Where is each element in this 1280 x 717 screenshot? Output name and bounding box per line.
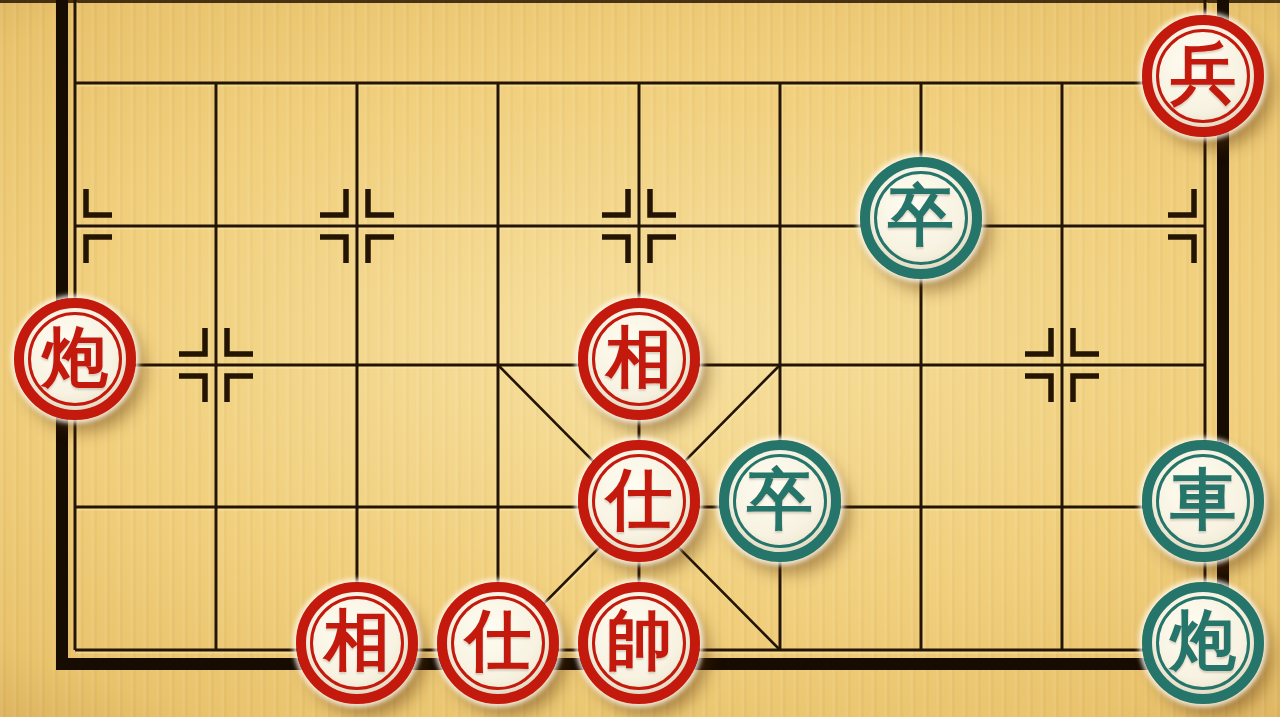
piece-glyph: 炮 (42, 325, 108, 391)
piece-red-advisor-2[interactable]: 仕 (437, 582, 559, 704)
piece-glyph: 帥 (606, 608, 672, 674)
piece-glyph: 相 (324, 608, 390, 674)
piece-red-elephant-2[interactable]: 相 (296, 582, 418, 704)
piece-red-elephant-1[interactable]: 相 (578, 298, 700, 420)
piece-red-cannon[interactable]: 炮 (14, 298, 136, 420)
piece-red-soldier[interactable]: 兵 (1142, 15, 1264, 137)
piece-glyph: 相 (606, 325, 672, 391)
piece-glyph: 車 (1170, 467, 1236, 533)
piece-glyph: 炮 (1170, 608, 1236, 674)
piece-glyph: 仕 (465, 608, 531, 674)
piece-green-cannon[interactable]: 炮 (1142, 582, 1264, 704)
xiangqi-board: 兵卒炮相仕卒車相仕帥炮 (0, 0, 1280, 717)
top-edge-line (0, 0, 1280, 3)
piece-glyph: 兵 (1170, 41, 1236, 107)
piece-green-chariot[interactable]: 車 (1142, 440, 1264, 562)
piece-red-advisor-1[interactable]: 仕 (578, 440, 700, 562)
piece-glyph: 卒 (888, 183, 954, 249)
piece-glyph: 卒 (747, 467, 813, 533)
piece-green-soldier-2[interactable]: 卒 (719, 440, 841, 562)
pieces-layer: 兵卒炮相仕卒車相仕帥炮 (5, 12, 1274, 717)
piece-green-soldier-1[interactable]: 卒 (860, 157, 982, 279)
piece-glyph: 仕 (606, 467, 672, 533)
piece-red-general[interactable]: 帥 (578, 582, 700, 704)
